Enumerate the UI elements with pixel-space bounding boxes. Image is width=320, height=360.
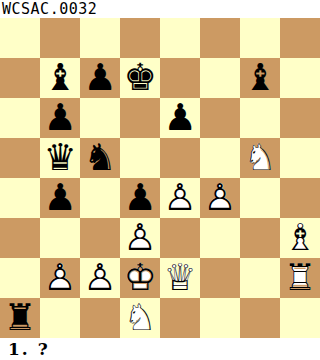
square-e4[interactable]: ♟♙ — [160, 178, 200, 218]
square-b4[interactable]: ♟ — [40, 178, 80, 218]
square-h4[interactable] — [280, 178, 320, 218]
piece-glyph: ♞ — [80, 138, 120, 178]
square-f2[interactable] — [200, 258, 240, 298]
square-d1[interactable]: ♞♘ — [120, 298, 160, 338]
square-g6[interactable] — [240, 98, 280, 138]
square-g1[interactable] — [240, 298, 280, 338]
piece-glyph: ♟ — [80, 58, 120, 98]
square-f8[interactable] — [200, 18, 240, 58]
square-f1[interactable] — [200, 298, 240, 338]
square-g7[interactable]: ♝ — [240, 58, 280, 98]
square-h7[interactable] — [280, 58, 320, 98]
piece-glyph: ♛ — [40, 138, 80, 178]
black-bishop-piece[interactable]: ♝ — [240, 58, 280, 98]
square-c2[interactable]: ♟♙ — [80, 258, 120, 298]
piece-outline: ♙ — [80, 258, 120, 298]
square-b1[interactable] — [40, 298, 80, 338]
piece-outline: ♘ — [240, 138, 280, 178]
square-e3[interactable] — [160, 218, 200, 258]
piece-outline: ♖ — [280, 258, 320, 298]
square-g2[interactable] — [240, 258, 280, 298]
white-king-piece[interactable]: ♚♔ — [120, 258, 160, 298]
square-f6[interactable] — [200, 98, 240, 138]
square-f5[interactable] — [200, 138, 240, 178]
black-queen-piece[interactable]: ♛ — [40, 138, 80, 178]
square-g8[interactable] — [240, 18, 280, 58]
square-a1[interactable]: ♜ — [0, 298, 40, 338]
black-pawn-piece[interactable]: ♟ — [120, 178, 160, 218]
piece-glyph: ♟ — [40, 178, 80, 218]
square-f3[interactable] — [200, 218, 240, 258]
square-b6[interactable]: ♟ — [40, 98, 80, 138]
piece-outline: ♙ — [40, 258, 80, 298]
window-title: WCSAC.0032 — [0, 0, 320, 18]
square-d2[interactable]: ♚♔ — [120, 258, 160, 298]
square-c8[interactable] — [80, 18, 120, 58]
white-knight-piece[interactable]: ♞♘ — [120, 298, 160, 338]
square-d6[interactable] — [120, 98, 160, 138]
square-b5[interactable]: ♛ — [40, 138, 80, 178]
square-f7[interactable] — [200, 58, 240, 98]
square-d5[interactable] — [120, 138, 160, 178]
white-pawn-piece[interactable]: ♟♙ — [160, 178, 200, 218]
black-king-piece[interactable]: ♚ — [120, 58, 160, 98]
piece-outline: ♕ — [160, 258, 200, 298]
square-c7[interactable]: ♟ — [80, 58, 120, 98]
piece-outline: ♗ — [280, 218, 320, 258]
piece-glyph: ♚ — [120, 58, 160, 98]
piece-outline: ♘ — [120, 298, 160, 338]
piece-outline: ♔ — [120, 258, 160, 298]
square-a4[interactable] — [0, 178, 40, 218]
square-h1[interactable] — [280, 298, 320, 338]
square-g3[interactable] — [240, 218, 280, 258]
piece-glyph: ♝ — [40, 58, 80, 98]
piece-outline: ♙ — [160, 178, 200, 218]
square-d4[interactable]: ♟ — [120, 178, 160, 218]
black-pawn-piece[interactable]: ♟ — [40, 178, 80, 218]
square-e5[interactable] — [160, 138, 200, 178]
black-pawn-piece[interactable]: ♟ — [80, 58, 120, 98]
square-f4[interactable]: ♟♙ — [200, 178, 240, 218]
white-knight-piece[interactable]: ♞♘ — [240, 138, 280, 178]
square-h6[interactable] — [280, 98, 320, 138]
square-a8[interactable] — [0, 18, 40, 58]
black-rook-piece[interactable]: ♜ — [0, 298, 40, 338]
square-d3[interactable]: ♟♙ — [120, 218, 160, 258]
square-a5[interactable] — [0, 138, 40, 178]
square-c4[interactable] — [80, 178, 120, 218]
square-b8[interactable] — [40, 18, 80, 58]
square-g4[interactable] — [240, 178, 280, 218]
square-c1[interactable] — [80, 298, 120, 338]
square-h8[interactable] — [280, 18, 320, 58]
square-c6[interactable] — [80, 98, 120, 138]
white-bishop-piece[interactable]: ♝♗ — [280, 218, 320, 258]
white-pawn-piece[interactable]: ♟♙ — [40, 258, 80, 298]
white-pawn-piece[interactable]: ♟♙ — [120, 218, 160, 258]
piece-glyph: ♝ — [240, 58, 280, 98]
piece-outline: ♙ — [120, 218, 160, 258]
square-a6[interactable] — [0, 98, 40, 138]
square-c5[interactable]: ♞ — [80, 138, 120, 178]
white-rook-piece[interactable]: ♜♖ — [280, 258, 320, 298]
square-e7[interactable] — [160, 58, 200, 98]
square-c3[interactable] — [80, 218, 120, 258]
black-bishop-piece[interactable]: ♝ — [40, 58, 80, 98]
square-g5[interactable]: ♞♘ — [240, 138, 280, 178]
move-prompt: 1. ? — [0, 338, 320, 360]
square-h3[interactable]: ♝♗ — [280, 218, 320, 258]
square-e1[interactable] — [160, 298, 200, 338]
piece-glyph: ♟ — [120, 178, 160, 218]
square-a2[interactable] — [0, 258, 40, 298]
white-pawn-piece[interactable]: ♟♙ — [80, 258, 120, 298]
square-d7[interactable]: ♚ — [120, 58, 160, 98]
chess-board: ♝♟♚♝♟♟♛♞♞♘♟♟♟♙♟♙♟♙♝♗♟♙♟♙♚♔♛♕♜♖♜♞♘ — [0, 18, 320, 338]
piece-outline: ♙ — [200, 178, 240, 218]
white-queen-piece[interactable]: ♛♕ — [160, 258, 200, 298]
square-d8[interactable] — [120, 18, 160, 58]
square-e6[interactable]: ♟ — [160, 98, 200, 138]
black-pawn-piece[interactable]: ♟ — [160, 98, 200, 138]
square-e2[interactable]: ♛♕ — [160, 258, 200, 298]
piece-glyph: ♜ — [0, 298, 40, 338]
piece-glyph: ♟ — [160, 98, 200, 138]
square-b7[interactable]: ♝ — [40, 58, 80, 98]
square-a3[interactable] — [0, 218, 40, 258]
black-pawn-piece[interactable]: ♟ — [40, 98, 80, 138]
square-b2[interactable]: ♟♙ — [40, 258, 80, 298]
black-knight-piece[interactable]: ♞ — [80, 138, 120, 178]
square-h2[interactable]: ♜♖ — [280, 258, 320, 298]
square-b3[interactable] — [40, 218, 80, 258]
square-e8[interactable] — [160, 18, 200, 58]
white-pawn-piece[interactable]: ♟♙ — [200, 178, 240, 218]
square-h5[interactable] — [280, 138, 320, 178]
square-a7[interactable] — [0, 58, 40, 98]
piece-glyph: ♟ — [40, 98, 80, 138]
